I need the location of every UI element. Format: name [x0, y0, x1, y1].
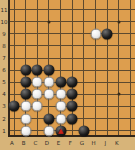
- col-label-H: H: [89, 139, 99, 147]
- black-stone-G1[interactable]: [78, 125, 89, 136]
- white-stone-E2[interactable]: [55, 113, 66, 124]
- row-label-9: 9: [0, 31, 8, 37]
- black-stone-E5[interactable]: [55, 77, 66, 88]
- row-label-1: 1: [0, 128, 8, 134]
- row-label-8: 8: [0, 43, 8, 49]
- grid-line-row-8: [10, 45, 135, 46]
- col-label-K: K: [112, 139, 122, 147]
- white-stone-D4[interactable]: [43, 89, 54, 100]
- grid-line-row-7: [10, 58, 135, 59]
- black-stone-F2[interactable]: [67, 113, 78, 124]
- col-label-G: G: [77, 139, 87, 147]
- col-label-A: A: [7, 139, 17, 147]
- black-stone-D2[interactable]: [43, 113, 54, 124]
- white-stone-C3[interactable]: [32, 101, 43, 112]
- row-label-3: 3: [0, 103, 8, 109]
- row-label-7: 7: [0, 55, 8, 61]
- black-stone-F5[interactable]: [67, 77, 78, 88]
- black-stone-C6[interactable]: [32, 65, 43, 76]
- white-stone-D1[interactable]: [43, 125, 54, 136]
- white-stone-H9[interactable]: [90, 28, 101, 39]
- black-stone-E1[interactable]: ▲: [55, 125, 66, 136]
- col-label-D: D: [42, 139, 52, 147]
- white-stone-C4[interactable]: [32, 89, 43, 100]
- grid-line-row-9: [10, 33, 135, 34]
- col-label-J: J: [100, 139, 110, 147]
- col-label-F: F: [65, 139, 75, 147]
- black-stone-J9[interactable]: [102, 28, 113, 39]
- row-label-6: 6: [0, 67, 8, 73]
- black-stone-F3[interactable]: [67, 101, 78, 112]
- white-stone-D5[interactable]: [43, 77, 54, 88]
- grid-line-row-10: [10, 21, 135, 22]
- col-label-C: C: [30, 139, 40, 147]
- white-stone-C5[interactable]: [32, 77, 43, 88]
- black-stone-A3[interactable]: [9, 101, 20, 112]
- row-label-11: 11: [0, 7, 8, 13]
- go-board[interactable]: ▲: [8, 0, 135, 137]
- white-stone-B3[interactable]: [20, 101, 31, 112]
- row-label-5: 5: [0, 79, 8, 85]
- star-point-K10: [117, 20, 120, 23]
- white-stone-E3[interactable]: [55, 101, 66, 112]
- grid-line-row-11: [10, 9, 135, 10]
- black-stone-F4[interactable]: [67, 89, 78, 100]
- row-label-4: 4: [0, 91, 8, 97]
- white-stone-B1[interactable]: [20, 125, 31, 136]
- black-stone-D6[interactable]: [43, 65, 54, 76]
- col-label-B: B: [19, 139, 29, 147]
- row-label-10: 10: [0, 19, 8, 25]
- last-move-marker: ▲: [55, 125, 66, 136]
- black-stone-B4[interactable]: [20, 89, 31, 100]
- col-label-E: E: [54, 139, 64, 147]
- black-stone-B6[interactable]: [20, 65, 31, 76]
- go-app-window: ▲ 1110987654321ABCDEFGHJK: [0, 0, 135, 150]
- white-stone-B2[interactable]: [20, 113, 31, 124]
- star-point-K4: [117, 93, 120, 96]
- black-stone-B5[interactable]: [20, 77, 31, 88]
- star-point-D10: [47, 20, 50, 23]
- white-stone-E4[interactable]: [55, 89, 66, 100]
- row-label-2: 2: [0, 116, 8, 122]
